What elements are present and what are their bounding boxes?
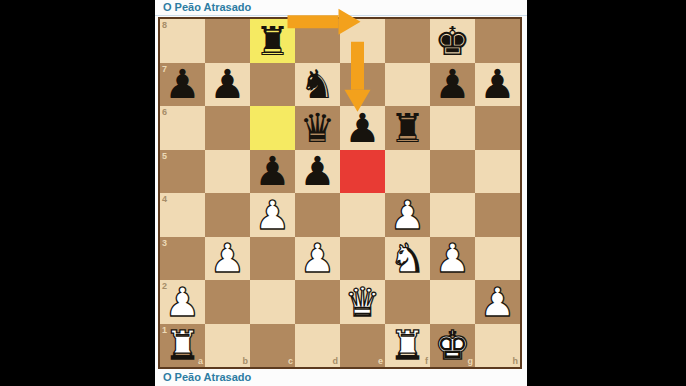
square-f5[interactable] (385, 150, 430, 194)
square-g7[interactable]: ♟ (430, 63, 475, 107)
file-label-e: e (378, 357, 383, 366)
piece-white-pawn[interactable]: ♟ (205, 237, 250, 281)
square-f6[interactable]: ♜ (385, 106, 430, 150)
piece-white-pawn[interactable]: ♟ (430, 237, 475, 281)
piece-white-pawn[interactable]: ♟ (475, 280, 520, 324)
file-label-b: b (243, 357, 249, 366)
piece-white-pawn[interactable]: ♟ (160, 280, 205, 324)
piece-black-pawn[interactable]: ♟ (160, 63, 205, 107)
square-f1[interactable]: f♜ (385, 324, 430, 368)
square-d2[interactable] (295, 280, 340, 324)
square-h6[interactable] (475, 106, 520, 150)
square-e3[interactable] (340, 237, 385, 281)
square-b3[interactable]: ♟ (205, 237, 250, 281)
square-c1[interactable]: c (250, 324, 295, 368)
square-f3[interactable]: ♞ (385, 237, 430, 281)
piece-white-pawn[interactable]: ♟ (295, 237, 340, 281)
square-c5[interactable]: ♟ (250, 150, 295, 194)
rank-label-6: 6 (162, 108, 167, 117)
square-g4[interactable] (430, 193, 475, 237)
file-label-c: c (288, 357, 293, 366)
square-g1[interactable]: g♚ (430, 324, 475, 368)
square-a6[interactable]: 6 (160, 106, 205, 150)
piece-black-pawn[interactable]: ♟ (430, 63, 475, 107)
square-b5[interactable] (205, 150, 250, 194)
square-b4[interactable] (205, 193, 250, 237)
square-b8[interactable] (205, 19, 250, 63)
square-b6[interactable] (205, 106, 250, 150)
piece-black-pawn[interactable]: ♟ (250, 150, 295, 194)
square-f2[interactable] (385, 280, 430, 324)
video-frame: O Peão Atrasado 8♜♚7♟♟♞♟♟6♛♟♜5♟♟4♟♟3♟♟♞♟… (0, 0, 686, 386)
square-f8[interactable] (385, 19, 430, 63)
square-e8[interactable] (340, 19, 385, 63)
board: 8♜♚7♟♟♞♟♟6♛♟♜5♟♟4♟♟3♟♟♞♟2♟♛♟1a♜bcdef♜g♚h (158, 17, 522, 369)
square-g5[interactable] (430, 150, 475, 194)
piece-black-pawn[interactable]: ♟ (340, 106, 385, 150)
square-c8[interactable]: ♜ (250, 19, 295, 63)
square-h3[interactable] (475, 237, 520, 281)
piece-white-queen[interactable]: ♛ (340, 280, 385, 324)
piece-white-rook[interactable]: ♜ (160, 324, 205, 368)
square-e6[interactable]: ♟ (340, 106, 385, 150)
lesson-title-top: O Peão Atrasado (155, 0, 527, 16)
square-d5[interactable]: ♟ (295, 150, 340, 194)
piece-black-pawn[interactable]: ♟ (475, 63, 520, 107)
piece-white-knight[interactable]: ♞ (385, 237, 430, 281)
piece-white-king[interactable]: ♚ (430, 324, 475, 368)
lesson-title-bottom: O Peão Atrasado (163, 371, 251, 384)
square-e2[interactable]: ♛ (340, 280, 385, 324)
rank-label-3: 3 (162, 239, 167, 248)
piece-black-knight[interactable]: ♞ (295, 63, 340, 107)
square-d8[interactable] (295, 19, 340, 63)
square-d6[interactable]: ♛ (295, 106, 340, 150)
square-h2[interactable]: ♟ (475, 280, 520, 324)
square-h5[interactable] (475, 150, 520, 194)
piece-black-queen[interactable]: ♛ (295, 106, 340, 150)
square-f7[interactable] (385, 63, 430, 107)
square-a1[interactable]: 1a♜ (160, 324, 205, 368)
square-g2[interactable] (430, 280, 475, 324)
square-h8[interactable] (475, 19, 520, 63)
piece-black-pawn[interactable]: ♟ (205, 63, 250, 107)
square-a2[interactable]: 2♟ (160, 280, 205, 324)
square-e7[interactable] (340, 63, 385, 107)
piece-white-pawn[interactable]: ♟ (385, 193, 430, 237)
square-e1[interactable]: e (340, 324, 385, 368)
square-b1[interactable]: b (205, 324, 250, 368)
square-h7[interactable]: ♟ (475, 63, 520, 107)
square-d3[interactable]: ♟ (295, 237, 340, 281)
square-e4[interactable] (340, 193, 385, 237)
square-c6[interactable] (250, 106, 295, 150)
square-g6[interactable] (430, 106, 475, 150)
square-c7[interactable] (250, 63, 295, 107)
square-a5[interactable]: 5 (160, 150, 205, 194)
square-b7[interactable]: ♟ (205, 63, 250, 107)
square-c3[interactable] (250, 237, 295, 281)
square-c4[interactable]: ♟ (250, 193, 295, 237)
square-a3[interactable]: 3 (160, 237, 205, 281)
lesson-panel: O Peão Atrasado 8♜♚7♟♟♞♟♟6♛♟♜5♟♟4♟♟3♟♟♞♟… (155, 0, 527, 386)
piece-black-king[interactable]: ♚ (430, 19, 475, 63)
square-d1[interactable]: d (295, 324, 340, 368)
piece-black-rook[interactable]: ♜ (385, 106, 430, 150)
file-label-h: h (513, 357, 519, 366)
piece-white-pawn[interactable]: ♟ (250, 193, 295, 237)
square-d7[interactable]: ♞ (295, 63, 340, 107)
square-f4[interactable]: ♟ (385, 193, 430, 237)
piece-black-rook[interactable]: ♜ (250, 19, 295, 63)
square-e5[interactable] (340, 150, 385, 194)
square-b2[interactable] (205, 280, 250, 324)
square-a4[interactable]: 4 (160, 193, 205, 237)
rank-label-8: 8 (162, 21, 167, 30)
square-d4[interactable] (295, 193, 340, 237)
piece-white-rook[interactable]: ♜ (385, 324, 430, 368)
square-h4[interactable] (475, 193, 520, 237)
rank-label-4: 4 (162, 195, 167, 204)
rank-label-5: 5 (162, 152, 167, 161)
square-g8[interactable]: ♚ (430, 19, 475, 63)
square-g3[interactable]: ♟ (430, 237, 475, 281)
square-a7[interactable]: 7♟ (160, 63, 205, 107)
file-label-d: d (333, 357, 339, 366)
piece-black-pawn[interactable]: ♟ (295, 150, 340, 194)
square-a8[interactable]: 8 (160, 19, 205, 63)
square-h1[interactable]: h (475, 324, 520, 368)
square-c2[interactable] (250, 280, 295, 324)
